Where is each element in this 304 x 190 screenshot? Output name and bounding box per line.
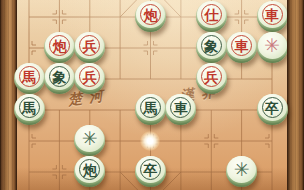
hidden-flower-glyph: ✳ — [79, 128, 100, 149]
piece-character: 馬 — [140, 97, 161, 118]
hidden-flower-glyph: ✳ — [262, 35, 283, 56]
piece-face: 象 — [197, 32, 226, 59]
piece-green-卒[interactable]: 卒 — [135, 156, 166, 187]
piece-face: 象 — [45, 63, 74, 90]
piece-face: 卒 — [136, 156, 165, 183]
piece-green-馬[interactable]: 馬 — [14, 94, 45, 125]
piece-red-炮[interactable]: 炮 — [135, 1, 166, 32]
piece-character: 象 — [201, 35, 222, 56]
piece-red-仕[interactable]: 仕 — [196, 1, 227, 32]
piece-character: 炮 — [49, 35, 70, 56]
piece-character: 卒 — [140, 159, 161, 180]
piece-character: 炮 — [79, 159, 100, 180]
piece-face: 仕 — [197, 1, 226, 28]
move-indicator-glow — [140, 131, 160, 151]
piece-green-炮[interactable]: 炮 — [74, 156, 105, 187]
board[interactable]: 炮仕車炮兵象車✳馬象兵兵馬馬車卒✳炮卒✳ — [0, 0, 304, 190]
piece-face: 炮 — [136, 1, 165, 28]
piece-green-象[interactable]: 象 — [196, 32, 227, 63]
piece-face: ✳ — [227, 156, 256, 183]
xiangqi-app-screen: 楚河 漢界 炮仕車炮兵象車✳馬象兵兵馬馬車卒✳炮卒✳ — [0, 0, 304, 190]
piece-face: ✳ — [258, 32, 287, 59]
piece-face: 車 — [227, 32, 256, 59]
piece-face: 車 — [166, 94, 195, 121]
piece-character: 兵 — [79, 35, 100, 56]
piece-face: 兵 — [75, 32, 104, 59]
piece-red-兵[interactable]: 兵 — [196, 63, 227, 94]
hidden-flower-glyph: ✳ — [231, 159, 252, 180]
piece-hidden-green[interactable]: ✳ — [74, 125, 105, 156]
piece-face: 兵 — [197, 63, 226, 90]
board-frame-left — [0, 0, 17, 190]
piece-face: 車 — [258, 1, 287, 28]
piece-hidden-green[interactable]: ✳ — [226, 156, 257, 187]
piece-face: 炮 — [75, 156, 104, 183]
piece-face: 兵 — [75, 63, 104, 90]
piece-green-象[interactable]: 象 — [44, 63, 75, 94]
piece-face: 炮 — [45, 32, 74, 59]
piece-character: 馬 — [19, 97, 40, 118]
piece-character: 炮 — [140, 4, 161, 25]
piece-face: 卒 — [258, 94, 287, 121]
piece-character: 車 — [262, 4, 283, 25]
piece-character: 象 — [49, 66, 70, 87]
piece-red-車[interactable]: 車 — [257, 1, 288, 32]
piece-red-車[interactable]: 車 — [226, 32, 257, 63]
piece-character: 卒 — [262, 97, 283, 118]
piece-character: 車 — [231, 35, 252, 56]
piece-red-炮[interactable]: 炮 — [44, 32, 75, 63]
piece-character: 仕 — [201, 4, 222, 25]
piece-green-車[interactable]: 車 — [165, 94, 196, 125]
piece-face: 馬 — [15, 94, 44, 121]
piece-face: 馬 — [136, 94, 165, 121]
piece-character: 兵 — [201, 66, 222, 87]
piece-face: 馬 — [15, 63, 44, 90]
piece-face: ✳ — [75, 125, 104, 152]
piece-character: 馬 — [19, 66, 40, 87]
piece-red-兵[interactable]: 兵 — [74, 32, 105, 63]
piece-green-卒[interactable]: 卒 — [257, 94, 288, 125]
piece-green-馬[interactable]: 馬 — [135, 94, 166, 125]
board-frame-right — [287, 0, 304, 190]
piece-character: 車 — [170, 97, 191, 118]
piece-hidden-red[interactable]: ✳ — [257, 32, 288, 63]
piece-character: 兵 — [79, 66, 100, 87]
piece-red-馬[interactable]: 馬 — [14, 63, 45, 94]
